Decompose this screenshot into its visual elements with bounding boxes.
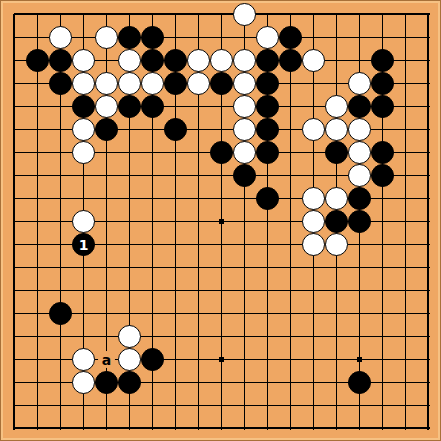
black-stone[interactable] <box>371 141 394 164</box>
grid-line-vertical <box>427 14 429 430</box>
grid-line-horizontal <box>14 405 430 406</box>
white-stone[interactable] <box>118 49 141 72</box>
white-stone[interactable] <box>325 118 348 141</box>
white-stone[interactable] <box>187 72 210 95</box>
grid-line-vertical <box>37 14 38 430</box>
black-stone[interactable] <box>325 210 348 233</box>
black-stone[interactable] <box>26 49 49 72</box>
white-stone[interactable] <box>348 164 371 187</box>
black-stone[interactable] <box>118 371 141 394</box>
grid-line-vertical <box>290 14 291 430</box>
white-stone[interactable] <box>348 72 371 95</box>
move-number-label: 1 <box>75 236 92 253</box>
white-stone[interactable] <box>233 49 256 72</box>
white-stone[interactable] <box>118 348 141 371</box>
white-stone[interactable] <box>72 348 95 371</box>
white-stone[interactable] <box>233 72 256 95</box>
white-stone[interactable] <box>118 325 141 348</box>
black-stone[interactable] <box>210 141 233 164</box>
white-stone[interactable] <box>72 118 95 141</box>
white-stone[interactable] <box>210 49 233 72</box>
black-stone[interactable] <box>256 49 279 72</box>
white-stone[interactable] <box>302 187 325 210</box>
black-stone[interactable] <box>95 118 118 141</box>
black-stone[interactable] <box>256 95 279 118</box>
white-stone[interactable] <box>95 95 118 118</box>
black-stone[interactable] <box>348 210 371 233</box>
white-stone[interactable] <box>95 26 118 49</box>
black-stone[interactable] <box>164 72 187 95</box>
white-stone[interactable] <box>233 3 256 26</box>
grid-line-horizontal <box>14 336 430 337</box>
white-stone[interactable] <box>118 72 141 95</box>
black-stone[interactable] <box>141 26 164 49</box>
black-stone[interactable] <box>371 49 394 72</box>
grid-line-vertical <box>13 14 15 430</box>
white-stone[interactable] <box>325 187 348 210</box>
white-stone[interactable] <box>72 72 95 95</box>
grid-line-horizontal <box>14 13 430 15</box>
white-stone[interactable] <box>325 95 348 118</box>
point-label-a[interactable]: a <box>98 351 115 368</box>
white-stone[interactable] <box>325 233 348 256</box>
white-stone[interactable] <box>72 141 95 164</box>
black-stone[interactable] <box>256 72 279 95</box>
star-point <box>357 357 362 362</box>
black-stone[interactable] <box>256 118 279 141</box>
white-stone[interactable] <box>302 233 325 256</box>
black-stone[interactable] <box>72 95 95 118</box>
black-stone[interactable] <box>141 95 164 118</box>
black-stone[interactable] <box>325 141 348 164</box>
black-stone[interactable] <box>233 164 256 187</box>
white-stone[interactable] <box>348 118 371 141</box>
white-stone[interactable] <box>302 118 325 141</box>
white-stone[interactable] <box>256 26 279 49</box>
black-stone[interactable] <box>256 141 279 164</box>
black-stone[interactable] <box>371 72 394 95</box>
go-board: 1a <box>0 0 441 441</box>
black-stone[interactable] <box>164 118 187 141</box>
grid-line-horizontal <box>14 290 430 291</box>
white-stone[interactable] <box>72 210 95 233</box>
white-stone[interactable] <box>187 49 210 72</box>
black-stone[interactable] <box>348 187 371 210</box>
black-stone[interactable] <box>95 371 118 394</box>
black-stone[interactable] <box>118 95 141 118</box>
black-stone[interactable] <box>210 72 233 95</box>
black-stone[interactable] <box>141 348 164 371</box>
white-stone[interactable] <box>233 95 256 118</box>
white-stone[interactable] <box>49 26 72 49</box>
black-stone[interactable] <box>371 164 394 187</box>
white-stone[interactable] <box>233 118 256 141</box>
star-point <box>219 219 224 224</box>
grid-line-horizontal <box>14 37 430 38</box>
white-stone[interactable] <box>348 141 371 164</box>
black-stone[interactable] <box>141 49 164 72</box>
white-stone[interactable] <box>141 72 164 95</box>
black-stone[interactable] <box>348 95 371 118</box>
grid-line-horizontal <box>14 267 430 268</box>
black-stone[interactable] <box>279 49 302 72</box>
white-stone[interactable] <box>95 72 118 95</box>
black-stone[interactable] <box>371 95 394 118</box>
black-stone[interactable] <box>348 371 371 394</box>
star-point <box>219 357 224 362</box>
white-stone[interactable] <box>302 210 325 233</box>
black-stone[interactable] <box>118 26 141 49</box>
grid-line-horizontal <box>14 427 430 429</box>
black-stone[interactable] <box>279 26 302 49</box>
white-stone[interactable] <box>302 49 325 72</box>
black-stone[interactable] <box>164 49 187 72</box>
grid-line-horizontal <box>14 313 430 314</box>
grid-line-vertical <box>405 14 406 430</box>
black-stone[interactable] <box>49 302 72 325</box>
black-stone[interactable] <box>49 72 72 95</box>
white-stone[interactable] <box>233 141 256 164</box>
white-stone[interactable] <box>72 49 95 72</box>
black-stone[interactable] <box>256 187 279 210</box>
black-stone[interactable] <box>49 49 72 72</box>
white-stone[interactable] <box>72 371 95 394</box>
